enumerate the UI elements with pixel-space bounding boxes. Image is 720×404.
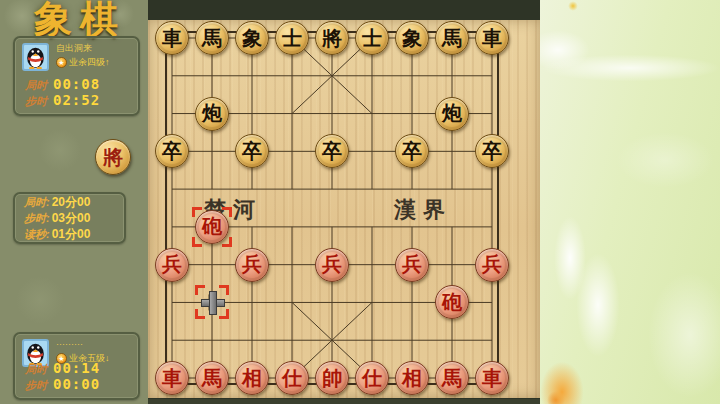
piece-red-兵[interactable]: 兵	[235, 248, 269, 282]
piece-red-兵[interactable]: 兵	[315, 248, 349, 282]
bottom-move-time-label: 步时	[25, 378, 47, 393]
bottom-game-time-value: 00:14	[53, 361, 100, 376]
top-player-panel: 自出洞来 ★ 业余四级↑ 局时 00:08 步时 02:52	[13, 36, 140, 116]
piece-red-兵[interactable]: 兵	[395, 248, 429, 282]
board-frame: 楚河 漢界 車馬象士將士象馬車炮炮卒卒卒卒卒砲兵兵兵兵兵砲車馬相仕帥仕相馬車	[148, 0, 540, 404]
piece-black-炮[interactable]: 炮	[195, 97, 229, 131]
rule-game-time-value: 20分00	[52, 195, 91, 210]
piece-red-車[interactable]: 車	[475, 361, 509, 395]
cursor-crosshair	[201, 291, 223, 313]
piece-black-象[interactable]: 象	[395, 21, 429, 55]
game-window: 楚河 漢界 車馬象士將士象馬車炮炮卒卒卒卒卒砲兵兵兵兵兵砲車馬相仕帥仕相馬車 象…	[0, 0, 720, 404]
top-player-avatar	[22, 43, 49, 71]
piece-black-士[interactable]: 士	[275, 21, 309, 55]
rule-game-time-label: 局时:	[24, 195, 50, 210]
piece-red-仕[interactable]: 仕	[275, 361, 309, 395]
bottom-game-time-label: 局时	[25, 362, 47, 377]
piece-red-兵[interactable]: 兵	[475, 248, 509, 282]
top-game-time-value: 00:08	[53, 77, 100, 92]
piece-red-車[interactable]: 車	[155, 361, 189, 395]
top-move-time-label: 步时	[25, 94, 47, 109]
piece-black-將[interactable]: 將	[315, 21, 349, 55]
piece-red-相[interactable]: 相	[395, 361, 429, 395]
top-player-level: 业余四级↑	[69, 56, 110, 69]
floral-background	[540, 0, 720, 404]
time-rules-panel: 局时: 20分00 步时: 03分00 读秒: 01分00	[13, 192, 126, 244]
top-game-time-label: 局时	[25, 78, 47, 93]
piece-black-象[interactable]: 象	[235, 21, 269, 55]
rule-move-time-label: 步时:	[24, 211, 50, 226]
top-move-time-value: 02:52	[53, 93, 100, 108]
rule-byoyomi-label: 读秒:	[24, 227, 50, 242]
piece-black-車[interactable]: 車	[155, 21, 189, 55]
piece-red-帥[interactable]: 帥	[315, 361, 349, 395]
piece-black-馬[interactable]: 馬	[435, 21, 469, 55]
piece-black-炮[interactable]: 炮	[435, 97, 469, 131]
top-player-name: 自出洞来	[56, 43, 134, 53]
rule-byoyomi-value: 01分00	[52, 227, 91, 242]
level-badge-icon: ★	[56, 57, 67, 68]
piece-red-馬[interactable]: 馬	[435, 361, 469, 395]
bottom-player-panel: ········· ★ 业余五级↓ 局时 00:14 步时 00:00	[13, 332, 140, 400]
xiangqi-board[interactable]: 楚河 漢界 車馬象士將士象馬車炮炮卒卒卒卒卒砲兵兵兵兵兵砲車馬相仕帥仕相馬車	[148, 20, 540, 398]
river-label-right: 漢界	[393, 197, 452, 222]
bottom-player-name: ·········	[56, 339, 134, 349]
piece-red-砲[interactable]: 砲	[195, 210, 229, 244]
bottom-move-time-value: 00:00	[53, 377, 100, 392]
turn-indicator-piece: 將	[95, 139, 131, 175]
piece-red-仕[interactable]: 仕	[355, 361, 389, 395]
sidebar: 象棋 自出洞来 ★	[0, 0, 148, 404]
piece-black-車[interactable]: 車	[475, 21, 509, 55]
rule-move-time-value: 03分00	[52, 211, 91, 226]
piece-black-士[interactable]: 士	[355, 21, 389, 55]
piece-red-相[interactable]: 相	[235, 361, 269, 395]
piece-black-馬[interactable]: 馬	[195, 21, 229, 55]
piece-red-兵[interactable]: 兵	[155, 248, 189, 282]
piece-red-馬[interactable]: 馬	[195, 361, 229, 395]
